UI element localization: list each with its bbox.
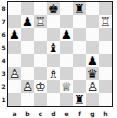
white-pawn-piece: ♙ xyxy=(8,67,21,80)
rank-label-1: 1 xyxy=(0,93,7,106)
black-pawn-piece: ♟ xyxy=(8,28,21,41)
square-e8[interactable] xyxy=(60,2,73,15)
square-f1[interactable]: ♜ xyxy=(73,93,86,106)
square-b3[interactable] xyxy=(21,67,34,80)
square-f3[interactable] xyxy=(73,67,86,80)
square-e3[interactable] xyxy=(60,67,73,80)
black-pawn-piece: ♟ xyxy=(60,28,73,41)
black-queen-piece: ♛ xyxy=(86,67,99,80)
square-f8[interactable]: ♜ xyxy=(73,2,86,15)
square-d7[interactable] xyxy=(47,15,60,28)
square-h1[interactable] xyxy=(99,93,112,106)
white-king-piece: ♔ xyxy=(34,80,47,93)
square-h3[interactable] xyxy=(99,67,112,80)
square-h4[interactable] xyxy=(99,54,112,67)
square-b1[interactable] xyxy=(21,93,34,106)
black-bishop-piece: ♝ xyxy=(47,41,60,54)
square-g6[interactable] xyxy=(86,28,99,41)
square-g3[interactable]: ♛ xyxy=(86,67,99,80)
square-h6[interactable] xyxy=(99,28,112,41)
square-d8[interactable]: ♚ xyxy=(47,2,60,15)
square-f4[interactable] xyxy=(73,54,86,67)
file-label-f: f xyxy=(73,108,86,118)
square-g5[interactable] xyxy=(86,41,99,54)
rank-label-3: 3 xyxy=(0,67,7,80)
black-rook-piece: ♜ xyxy=(73,93,86,106)
file-label-d: d xyxy=(47,108,60,118)
black-rook-piece: ♜ xyxy=(73,2,86,15)
square-h2[interactable] xyxy=(99,80,112,93)
square-d4[interactable] xyxy=(47,54,60,67)
white-pawn-piece: ♙ xyxy=(86,80,99,93)
square-c2[interactable]: ♚♔ xyxy=(34,80,47,93)
white-pawn-piece-fill: ♟ xyxy=(86,80,99,93)
square-a2[interactable] xyxy=(8,80,21,93)
square-e4[interactable] xyxy=(60,54,73,67)
square-d6[interactable] xyxy=(47,28,60,41)
white-queen-piece: ♕ xyxy=(60,80,73,93)
white-rook-piece-fill: ♜ xyxy=(34,15,47,28)
white-pawn-piece-fill: ♟ xyxy=(21,80,34,93)
square-e5[interactable] xyxy=(60,41,73,54)
square-b2[interactable]: ♟♙ xyxy=(21,80,34,93)
black-pawn-piece: ♟ xyxy=(86,54,99,67)
white-bishop-piece-fill: ♝ xyxy=(47,67,60,80)
square-b7[interactable]: ♟ xyxy=(21,15,34,28)
rank-label-2: 2 xyxy=(0,80,7,93)
square-f6[interactable] xyxy=(73,28,86,41)
white-rook-piece: ♖ xyxy=(99,15,112,28)
square-e2[interactable]: ♛♕ xyxy=(60,80,73,93)
black-pawn-piece: ♟ xyxy=(21,15,34,28)
square-a7[interactable] xyxy=(8,15,21,28)
square-b4[interactable] xyxy=(21,54,34,67)
square-g4[interactable]: ♟ xyxy=(86,54,99,67)
square-d5[interactable]: ♝ xyxy=(47,41,60,54)
square-f7[interactable] xyxy=(73,15,86,28)
square-e1[interactable] xyxy=(60,93,73,106)
square-b8[interactable] xyxy=(21,2,34,15)
file-label-b: b xyxy=(21,108,34,118)
white-king-piece-fill: ♚ xyxy=(34,80,47,93)
rank-label-4: 4 xyxy=(0,54,7,67)
black-king-piece: ♚ xyxy=(47,2,60,15)
square-c5[interactable] xyxy=(34,41,47,54)
square-h7[interactable]: ♜♖ xyxy=(99,15,112,28)
file-label-h: h xyxy=(99,108,112,118)
white-pawn-piece-fill: ♟ xyxy=(8,67,21,80)
square-e6[interactable]: ♟ xyxy=(60,28,73,41)
rank-labels: 87654321 xyxy=(0,2,7,106)
chess-diagram: 87654321 ♚♜♟♜♖♜♖♟♟♝♟♟♙♝♗♛♟♙♚♔♛♕♟♙♜ abcde… xyxy=(0,0,117,118)
square-d2[interactable] xyxy=(47,80,60,93)
file-label-g: g xyxy=(86,108,99,118)
square-a6[interactable]: ♟ xyxy=(8,28,21,41)
square-g2[interactable]: ♟♙ xyxy=(86,80,99,93)
rank-label-5: 5 xyxy=(0,41,7,54)
white-pawn-piece: ♙ xyxy=(21,80,34,93)
square-f2[interactable] xyxy=(73,80,86,93)
file-label-e: e xyxy=(60,108,73,118)
square-d3[interactable]: ♝♗ xyxy=(47,67,60,80)
square-c4[interactable] xyxy=(34,54,47,67)
white-rook-piece: ♖ xyxy=(34,15,47,28)
square-b5[interactable] xyxy=(21,41,34,54)
square-c7[interactable]: ♜♖ xyxy=(34,15,47,28)
square-d1[interactable] xyxy=(47,93,60,106)
square-a3[interactable]: ♟♙ xyxy=(8,67,21,80)
white-bishop-piece: ♗ xyxy=(47,67,60,80)
rank-label-6: 6 xyxy=(0,28,7,41)
square-h5[interactable] xyxy=(99,41,112,54)
white-queen-piece-fill: ♛ xyxy=(60,80,73,93)
square-g8[interactable] xyxy=(86,2,99,15)
square-a1[interactable] xyxy=(8,93,21,106)
square-a4[interactable] xyxy=(8,54,21,67)
chess-board: ♚♜♟♜♖♜♖♟♟♝♟♟♙♝♗♛♟♙♚♔♛♕♟♙♜ xyxy=(7,1,113,107)
square-e7[interactable] xyxy=(60,15,73,28)
square-c3[interactable] xyxy=(34,67,47,80)
white-rook-piece-fill: ♜ xyxy=(99,15,112,28)
rank-label-7: 7 xyxy=(0,15,7,28)
square-a8[interactable] xyxy=(8,2,21,15)
square-a5[interactable] xyxy=(8,41,21,54)
file-label-c: c xyxy=(34,108,47,118)
square-g1[interactable] xyxy=(86,93,99,106)
square-c8[interactable] xyxy=(34,2,47,15)
square-h8[interactable] xyxy=(99,2,112,15)
square-f5[interactable] xyxy=(73,41,86,54)
file-label-a: a xyxy=(8,108,21,118)
square-c6[interactable] xyxy=(34,28,47,41)
rank-label-8: 8 xyxy=(0,2,7,15)
square-c1[interactable] xyxy=(34,93,47,106)
file-labels: abcdefgh xyxy=(8,108,112,118)
square-g7[interactable] xyxy=(86,15,99,28)
square-b6[interactable] xyxy=(21,28,34,41)
